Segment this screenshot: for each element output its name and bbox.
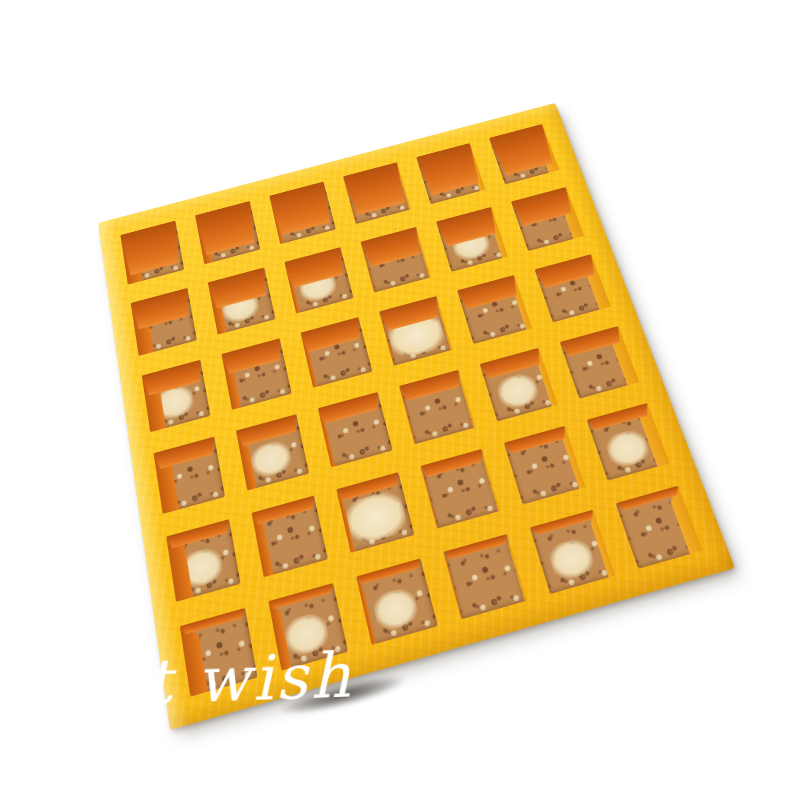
grating-cell-r4c5 bbox=[587, 403, 670, 481]
cell-inner-back-wall bbox=[616, 486, 682, 512]
grating-cell-r0c0 bbox=[120, 221, 184, 285]
grating-cell-r3c0 bbox=[154, 437, 225, 514]
cell-inner-back-wall bbox=[284, 247, 347, 288]
grating-cell-r1c4 bbox=[436, 207, 508, 272]
cell-inner-west-wall bbox=[318, 407, 336, 467]
cell-inner-back-wall bbox=[336, 472, 401, 502]
cell-inner-back-wall bbox=[195, 201, 258, 256]
cell-inner-back-wall bbox=[208, 267, 270, 309]
cell-inner-west-wall bbox=[379, 311, 395, 366]
cell-inner-west-wall bbox=[343, 176, 357, 224]
grating-cell-r4c1 bbox=[252, 496, 328, 578]
cell-inner-east-wall bbox=[435, 296, 453, 350]
cell-inner-west-wall bbox=[399, 386, 416, 445]
cell-inner-west-wall bbox=[268, 599, 291, 671]
grating-cell-r0c3 bbox=[343, 162, 411, 224]
cell-inner-east-wall bbox=[533, 348, 558, 406]
cell-inner-east-wall bbox=[580, 254, 611, 309]
cell-inner-back-wall bbox=[420, 449, 485, 478]
cell-inner-west-wall bbox=[208, 280, 227, 334]
cell-inner-back-wall bbox=[142, 360, 204, 397]
cell-inner-back-wall bbox=[268, 583, 335, 610]
product-photo-stage: t wish bbox=[0, 0, 800, 800]
cell-inner-west-wall bbox=[120, 231, 142, 284]
cell-inner-east-wall bbox=[587, 510, 615, 578]
grating-cell-r3c2 bbox=[318, 392, 393, 467]
cell-inner-west-wall bbox=[236, 428, 257, 490]
grating-cell-r2c2 bbox=[301, 317, 373, 388]
cell-inner-west-wall bbox=[269, 195, 284, 244]
cell-inner-back-wall bbox=[560, 326, 624, 358]
cell-inner-back-wall bbox=[457, 275, 521, 310]
cell-inner-east-wall bbox=[508, 275, 531, 330]
grating-cell-r0c5 bbox=[489, 124, 559, 184]
cell-inner-east-wall bbox=[635, 403, 670, 467]
cell-inner-west-wall bbox=[284, 261, 300, 314]
grating-cell-r2c4 bbox=[457, 275, 532, 344]
cell-inner-west-wall bbox=[356, 575, 376, 645]
grating-cell-r5c5 bbox=[616, 486, 703, 569]
cell-inner-back-wall bbox=[154, 437, 218, 470]
cell-inner-back-wall bbox=[221, 338, 284, 375]
cell-inner-back-wall bbox=[443, 534, 509, 560]
grating-cell-r0c4 bbox=[416, 143, 485, 204]
cell-inner-east-wall bbox=[414, 227, 431, 278]
cell-inner-west-wall bbox=[360, 241, 375, 292]
cell-inner-east-wall bbox=[531, 124, 559, 173]
cell-inner-back-wall bbox=[166, 519, 231, 549]
cell-inner-east-wall bbox=[666, 486, 703, 554]
cell-inner-east-wall bbox=[555, 187, 584, 239]
cell-inner-west-wall bbox=[131, 299, 154, 356]
cell-inner-east-wall bbox=[486, 207, 508, 258]
grating-cell-r4c0 bbox=[166, 519, 240, 602]
cell-inner-back-wall bbox=[399, 370, 463, 402]
cell-inner-back-wall bbox=[180, 608, 247, 635]
grating-cell-r1c2 bbox=[284, 247, 353, 313]
grating-cell-r2c3 bbox=[379, 296, 452, 366]
grating-cell-r5c1 bbox=[268, 583, 348, 671]
cell-inner-back-wall bbox=[131, 288, 193, 330]
cell-inner-back-wall bbox=[480, 348, 544, 380]
cell-inner-back-wall bbox=[436, 207, 500, 247]
cell-inner-back-wall bbox=[379, 296, 442, 332]
cell-inner-east-wall bbox=[505, 534, 527, 601]
grating-cell-r3c1 bbox=[236, 414, 309, 490]
cell-inner-back-wall bbox=[236, 414, 300, 447]
cell-inner-back-wall bbox=[269, 182, 333, 237]
cell-inner-back-wall bbox=[511, 187, 575, 227]
cell-inner-west-wall bbox=[420, 466, 438, 529]
cell-inner-east-wall bbox=[395, 162, 411, 210]
grating-cell-r2c5 bbox=[535, 254, 611, 322]
grating-cell-r5c4 bbox=[530, 510, 615, 594]
grating-cell-r5c2 bbox=[356, 558, 437, 644]
cell-inner-west-wall bbox=[154, 449, 179, 514]
grating-cell-r1c1 bbox=[208, 267, 276, 334]
cell-inner-back-wall bbox=[120, 221, 182, 277]
cell-inner-back-wall bbox=[360, 227, 423, 268]
grating-cell-r2c0 bbox=[142, 360, 211, 432]
cell-inner-back-wall bbox=[587, 403, 652, 432]
cell-inner-west-wall bbox=[166, 532, 193, 602]
cell-inner-back-wall bbox=[530, 510, 596, 536]
cell-inner-east-wall bbox=[559, 426, 586, 489]
cell-inner-west-wall bbox=[180, 621, 208, 696]
cell-inner-east-wall bbox=[606, 326, 639, 385]
cell-inner-west-wall bbox=[443, 552, 462, 620]
grating-cell-r3c3 bbox=[399, 370, 475, 444]
cell-inner-west-wall bbox=[195, 213, 213, 264]
cell-inner-west-wall bbox=[252, 510, 274, 577]
grating-cell-r1c3 bbox=[360, 227, 430, 293]
grating-cell-r5c0 bbox=[180, 608, 258, 697]
cell-inner-west-wall bbox=[221, 352, 241, 410]
cell-inner-back-wall bbox=[535, 254, 599, 289]
cell-inner-west-wall bbox=[142, 371, 166, 432]
grating-cell-r4c4 bbox=[504, 426, 585, 505]
grating-cell-r5c3 bbox=[443, 534, 526, 619]
grating-cell-r1c5 bbox=[511, 187, 584, 251]
cell-inner-back-wall bbox=[318, 392, 382, 425]
grating-cell-r4c2 bbox=[336, 472, 414, 553]
cell-inner-west-wall bbox=[301, 332, 318, 388]
grating-cell-r0c1 bbox=[195, 201, 260, 264]
grating-cell-r3c5 bbox=[560, 326, 640, 399]
cell-inner-back-wall bbox=[356, 558, 422, 585]
grating-cell-r0c2 bbox=[269, 182, 335, 245]
cell-inner-west-wall bbox=[336, 488, 355, 553]
cell-inner-back-wall bbox=[301, 317, 364, 353]
cell-inner-back-wall bbox=[504, 426, 569, 455]
cell-inner-back-wall bbox=[343, 162, 409, 216]
cell-inner-back-wall bbox=[252, 496, 317, 526]
cell-inner-east-wall bbox=[457, 370, 476, 428]
cell-inner-back-wall bbox=[416, 143, 483, 196]
grating-cell-r2c1 bbox=[221, 338, 291, 410]
cell-inner-east-wall bbox=[464, 143, 485, 191]
grating-cell-r1c0 bbox=[131, 288, 197, 356]
grating-board bbox=[98, 103, 735, 730]
grating-cell-r4c3 bbox=[420, 449, 500, 529]
grating-cell-r3c4 bbox=[480, 348, 558, 422]
cell-inner-east-wall bbox=[480, 449, 500, 511]
cell-inner-back-wall bbox=[489, 124, 557, 177]
